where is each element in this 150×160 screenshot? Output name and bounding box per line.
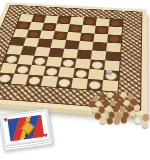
- spare-wooden-piece: ●: [141, 121, 149, 129]
- top-card: ♥ ♥: [1, 110, 51, 146]
- board-cell: [102, 80, 118, 92]
- heart-icon: ♥: [43, 133, 48, 139]
- light-checker-piece: ●: [45, 66, 59, 76]
- dark-checker-piece: ●: [28, 30, 41, 38]
- light-checker-piece: ●: [27, 75, 42, 85]
- dark-checker-piece: ●: [43, 23, 55, 31]
- dark-checker-piece: ●: [69, 24, 81, 32]
- light-checker-piece: ●: [88, 79, 102, 90]
- board-cell: [71, 78, 88, 90]
- spare-wooden-piece: ●: [113, 117, 121, 125]
- light-checker-piece: ●: [57, 77, 71, 87]
- dark-checker-piece: ●: [84, 18, 96, 26]
- light-checker-piece: ●: [75, 68, 89, 78]
- dark-checker-piece: ●: [108, 34, 120, 42]
- dark-checker-piece: ●: [96, 26, 108, 34]
- light-checker-piece: ●: [91, 60, 104, 70]
- light-checker-piece: ●: [16, 64, 30, 74]
- spare-wooden-piece: ●: [99, 117, 107, 125]
- playing-cards-deck: ♥ ♥: [0, 108, 53, 152]
- light-checker-piece: ●: [62, 58, 75, 67]
- dark-checker-piece: ●: [54, 31, 67, 39]
- checkers-board-3d-wrap: ●●●●●●●●●●●●●●●●●●●●●●●●: [0, 2, 147, 115]
- board-cell: ●: [86, 79, 103, 91]
- product-photo-scene: ●●●●●●●●●●●●●●●●●●●●●●●● ●●●●●●●●●●●●●●●…: [0, 0, 150, 160]
- dark-checker-piece: ●: [58, 16, 70, 23]
- king-card-figure: [7, 115, 44, 142]
- light-checker-piece: ●: [33, 56, 47, 65]
- checkers-board: ●●●●●●●●●●●●●●●●●●●●●●●●: [0, 2, 147, 115]
- dark-checker-piece: ●: [33, 15, 45, 22]
- board-grid: ●●●●●●●●●●●●●●●●●●●●●●●●: [0, 13, 124, 92]
- spare-wooden-piece: ●: [106, 117, 114, 125]
- dark-checker-piece: ●: [110, 19, 121, 27]
- dark-checker-piece: ●: [81, 33, 93, 41]
- pyrography-ornament-border: ●●●●●●●●●●●●●●●●●●●●●●●●: [0, 5, 142, 111]
